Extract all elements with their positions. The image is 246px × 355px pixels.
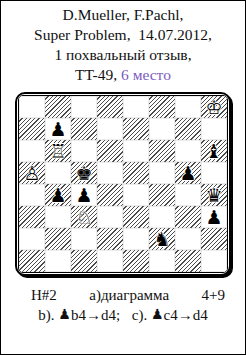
square-a4 bbox=[19, 184, 45, 206]
board-inner-frame: ♔♟♖♝♙♚♟♟♟♛♘♟♞ bbox=[18, 95, 228, 273]
square-e2 bbox=[123, 228, 149, 250]
white-knight: ♘ bbox=[75, 206, 92, 228]
chessboard: ♔♟♖♝♙♚♟♟♟♛♘♟♞ bbox=[15, 92, 231, 276]
square-c3: ♘ bbox=[71, 206, 97, 228]
twin-b-label: b). bbox=[38, 307, 54, 323]
problem-caption: H#2 а)диаграмма 4+9 b). ♟b4→d4; c). ♟c4→… bbox=[1, 287, 245, 324]
black-pawn: ♟ bbox=[75, 184, 92, 206]
square-f2: ♞ bbox=[149, 228, 175, 250]
square-d4 bbox=[97, 184, 123, 206]
twin-c-move: c4→d4 bbox=[164, 307, 208, 323]
square-h8: ♔ bbox=[201, 96, 227, 118]
caption-line2: b). ♟b4→d4; c). ♟c4→d4 bbox=[1, 307, 245, 324]
white-pawn: ♙ bbox=[23, 162, 40, 184]
source-date: Super Problem, 14.07.2012, bbox=[1, 25, 245, 45]
square-d2 bbox=[97, 228, 123, 250]
square-e5 bbox=[123, 162, 149, 184]
square-e1 bbox=[123, 250, 149, 272]
black-queen: ♛ bbox=[205, 184, 222, 206]
square-g6 bbox=[175, 140, 201, 162]
square-h2 bbox=[201, 228, 227, 250]
square-a5: ♙ bbox=[19, 162, 45, 184]
white-rook: ♖ bbox=[49, 140, 66, 162]
black-pawn-figurine: ♟ bbox=[58, 306, 71, 322]
tourney-line: TT-49, 6 место bbox=[1, 65, 245, 85]
black-pawn: ♟ bbox=[49, 184, 66, 206]
board-grid: ♔♟♖♝♙♚♟♟♟♛♘♟♞ bbox=[19, 96, 227, 272]
square-g5: ♟ bbox=[175, 162, 201, 184]
black-pawn-figurine: ♟ bbox=[151, 306, 164, 322]
black-pawn: ♟ bbox=[205, 206, 222, 228]
square-e6 bbox=[123, 140, 149, 162]
square-h1 bbox=[201, 250, 227, 272]
stipulation: H#2 bbox=[31, 287, 57, 304]
square-c8 bbox=[71, 96, 97, 118]
black-pawn: ♟ bbox=[179, 162, 196, 184]
square-c4: ♟ bbox=[71, 184, 97, 206]
square-c2 bbox=[71, 228, 97, 250]
black-pawn: ♟ bbox=[49, 118, 66, 140]
square-b8 bbox=[45, 96, 71, 118]
square-c1 bbox=[71, 250, 97, 272]
white-king: ♔ bbox=[205, 96, 222, 118]
square-h6: ♝ bbox=[201, 140, 227, 162]
square-a6 bbox=[19, 140, 45, 162]
twin-a: а)диаграмма bbox=[89, 287, 169, 304]
problem-header: D.Mueller, F.Pachl, Super Problem, 14.07… bbox=[1, 1, 245, 85]
square-f1 bbox=[149, 250, 175, 272]
black-king: ♚ bbox=[75, 162, 92, 184]
square-f6 bbox=[149, 140, 175, 162]
square-h7 bbox=[201, 118, 227, 140]
award-place: 6 место bbox=[121, 66, 171, 83]
square-f4 bbox=[149, 184, 175, 206]
board-frame: ♔♟♖♝♙♚♟♟♟♛♘♟♞ bbox=[15, 92, 231, 276]
square-a3 bbox=[19, 206, 45, 228]
square-e4 bbox=[123, 184, 149, 206]
square-b2 bbox=[45, 228, 71, 250]
award-line: 1 похвальный отзыв, bbox=[1, 45, 245, 65]
square-e8 bbox=[123, 96, 149, 118]
square-d1 bbox=[97, 250, 123, 272]
square-c7 bbox=[71, 118, 97, 140]
square-b7: ♟ bbox=[45, 118, 71, 140]
black-knight: ♞ bbox=[153, 228, 170, 250]
square-g4 bbox=[175, 184, 201, 206]
square-d6 bbox=[97, 140, 123, 162]
square-h3: ♟ bbox=[201, 206, 227, 228]
square-b6: ♖ bbox=[45, 140, 71, 162]
square-d5 bbox=[97, 162, 123, 184]
square-b5 bbox=[45, 162, 71, 184]
square-g1 bbox=[175, 250, 201, 272]
square-g7 bbox=[175, 118, 201, 140]
square-d3 bbox=[97, 206, 123, 228]
square-f5 bbox=[149, 162, 175, 184]
square-b3 bbox=[45, 206, 71, 228]
square-b1 bbox=[45, 250, 71, 272]
square-e7 bbox=[123, 118, 149, 140]
twin-b-move: b4→d4; bbox=[71, 307, 120, 323]
square-e3 bbox=[123, 206, 149, 228]
material-count: 4+9 bbox=[202, 287, 225, 304]
square-a2 bbox=[19, 228, 45, 250]
square-g2 bbox=[175, 228, 201, 250]
authors: D.Mueller, F.Pachl, bbox=[1, 5, 245, 25]
twin-c-label: c). bbox=[132, 307, 147, 323]
black-bishop: ♝ bbox=[205, 140, 222, 162]
square-f3 bbox=[149, 206, 175, 228]
square-d7 bbox=[97, 118, 123, 140]
square-b4: ♟ bbox=[45, 184, 71, 206]
square-a8 bbox=[19, 96, 45, 118]
tourney-name: TT-49, bbox=[75, 66, 121, 83]
square-c6 bbox=[71, 140, 97, 162]
square-f7 bbox=[149, 118, 175, 140]
square-a7 bbox=[19, 118, 45, 140]
square-h4: ♛ bbox=[201, 184, 227, 206]
caption-line1: H#2 а)диаграмма 4+9 bbox=[1, 287, 245, 304]
square-d8 bbox=[97, 96, 123, 118]
square-c5: ♚ bbox=[71, 162, 97, 184]
square-a1 bbox=[19, 250, 45, 272]
square-f8 bbox=[149, 96, 175, 118]
square-h5 bbox=[201, 162, 227, 184]
square-g3 bbox=[175, 206, 201, 228]
square-g8 bbox=[175, 96, 201, 118]
